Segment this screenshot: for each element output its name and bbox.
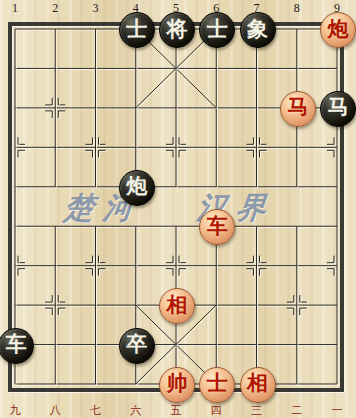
file-label-bottom-6: 四 (205, 403, 227, 417)
piece-red-elephant[interactable]: 相 (159, 288, 195, 324)
file-label-top-8: 8 (286, 1, 308, 15)
piece-glyph: 士 (207, 19, 228, 40)
piece-glyph: 相 (167, 295, 188, 316)
piece-red-cannon[interactable]: 炮 (320, 12, 356, 48)
piece-glyph: 将 (167, 19, 188, 40)
piece-glyph: 卒 (126, 334, 147, 355)
file-label-bottom-4: 六 (125, 403, 147, 417)
piece-black-elephant[interactable]: 象 (240, 12, 276, 48)
piece-glyph: 马 (287, 97, 308, 118)
piece-black-advisor[interactable]: 士 (199, 12, 235, 48)
piece-glyph: 炮 (328, 19, 349, 40)
file-label-top-1: 1 (4, 1, 26, 15)
file-label-bottom-8: 二 (286, 403, 308, 417)
file-label-top-3: 3 (85, 1, 107, 15)
piece-black-general[interactable]: 将 (159, 12, 195, 48)
piece-black-chariot[interactable]: 车 (0, 328, 34, 364)
piece-glyph: 马 (328, 97, 349, 118)
piece-glyph: 相 (247, 373, 268, 394)
piece-red-advisor[interactable]: 士 (199, 367, 235, 403)
board-grid (0, 0, 356, 418)
piece-glyph: 士 (207, 373, 228, 394)
piece-glyph: 象 (247, 19, 268, 40)
piece-black-advisor[interactable]: 士 (119, 12, 155, 48)
file-label-bottom-9: 一 (326, 403, 348, 417)
file-label-bottom-1: 九 (4, 403, 26, 417)
piece-glyph: 帅 (167, 373, 188, 394)
piece-glyph: 炮 (126, 176, 147, 197)
piece-red-general[interactable]: 帅 (159, 367, 195, 403)
piece-black-pawn[interactable]: 卒 (119, 328, 155, 364)
file-label-bottom-5: 五 (165, 403, 187, 417)
piece-black-cannon[interactable]: 炮 (119, 170, 155, 206)
file-label-bottom-3: 七 (85, 403, 107, 417)
piece-glyph: 车 (6, 334, 27, 355)
file-label-bottom-7: 三 (246, 403, 268, 417)
file-label-top-2: 2 (44, 1, 66, 15)
xiangqi-board[interactable]: 123456789 九八七六五四三二一 楚河 汉界 士将士象炮马马炮车相车卒帅士… (0, 0, 356, 418)
piece-black-horse[interactable]: 马 (320, 91, 356, 127)
file-label-bottom-2: 八 (44, 403, 66, 417)
piece-glyph: 士 (126, 19, 147, 40)
piece-red-elephant[interactable]: 相 (240, 367, 276, 403)
piece-glyph: 车 (207, 216, 228, 237)
piece-red-horse[interactable]: 马 (280, 91, 316, 127)
